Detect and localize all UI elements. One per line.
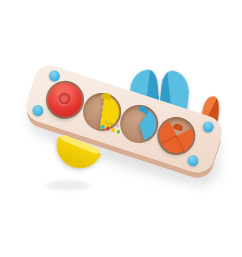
logo-dot-yellow	[111, 128, 115, 132]
logo-dot-green	[116, 129, 120, 133]
corner-peg	[186, 154, 200, 168]
orange-quarters-pieces	[155, 115, 198, 158]
corner-peg	[201, 120, 215, 134]
product-photo: Janod	[0, 0, 242, 257]
corner-peg	[31, 104, 45, 118]
ring-groove	[57, 91, 72, 106]
logo-dot-blue	[100, 124, 104, 128]
piece-knob	[101, 93, 112, 100]
slot-quarters	[152, 112, 200, 160]
logo-dot-red	[105, 126, 109, 130]
red-whole-piece	[44, 78, 87, 121]
slot-whole	[41, 76, 89, 124]
